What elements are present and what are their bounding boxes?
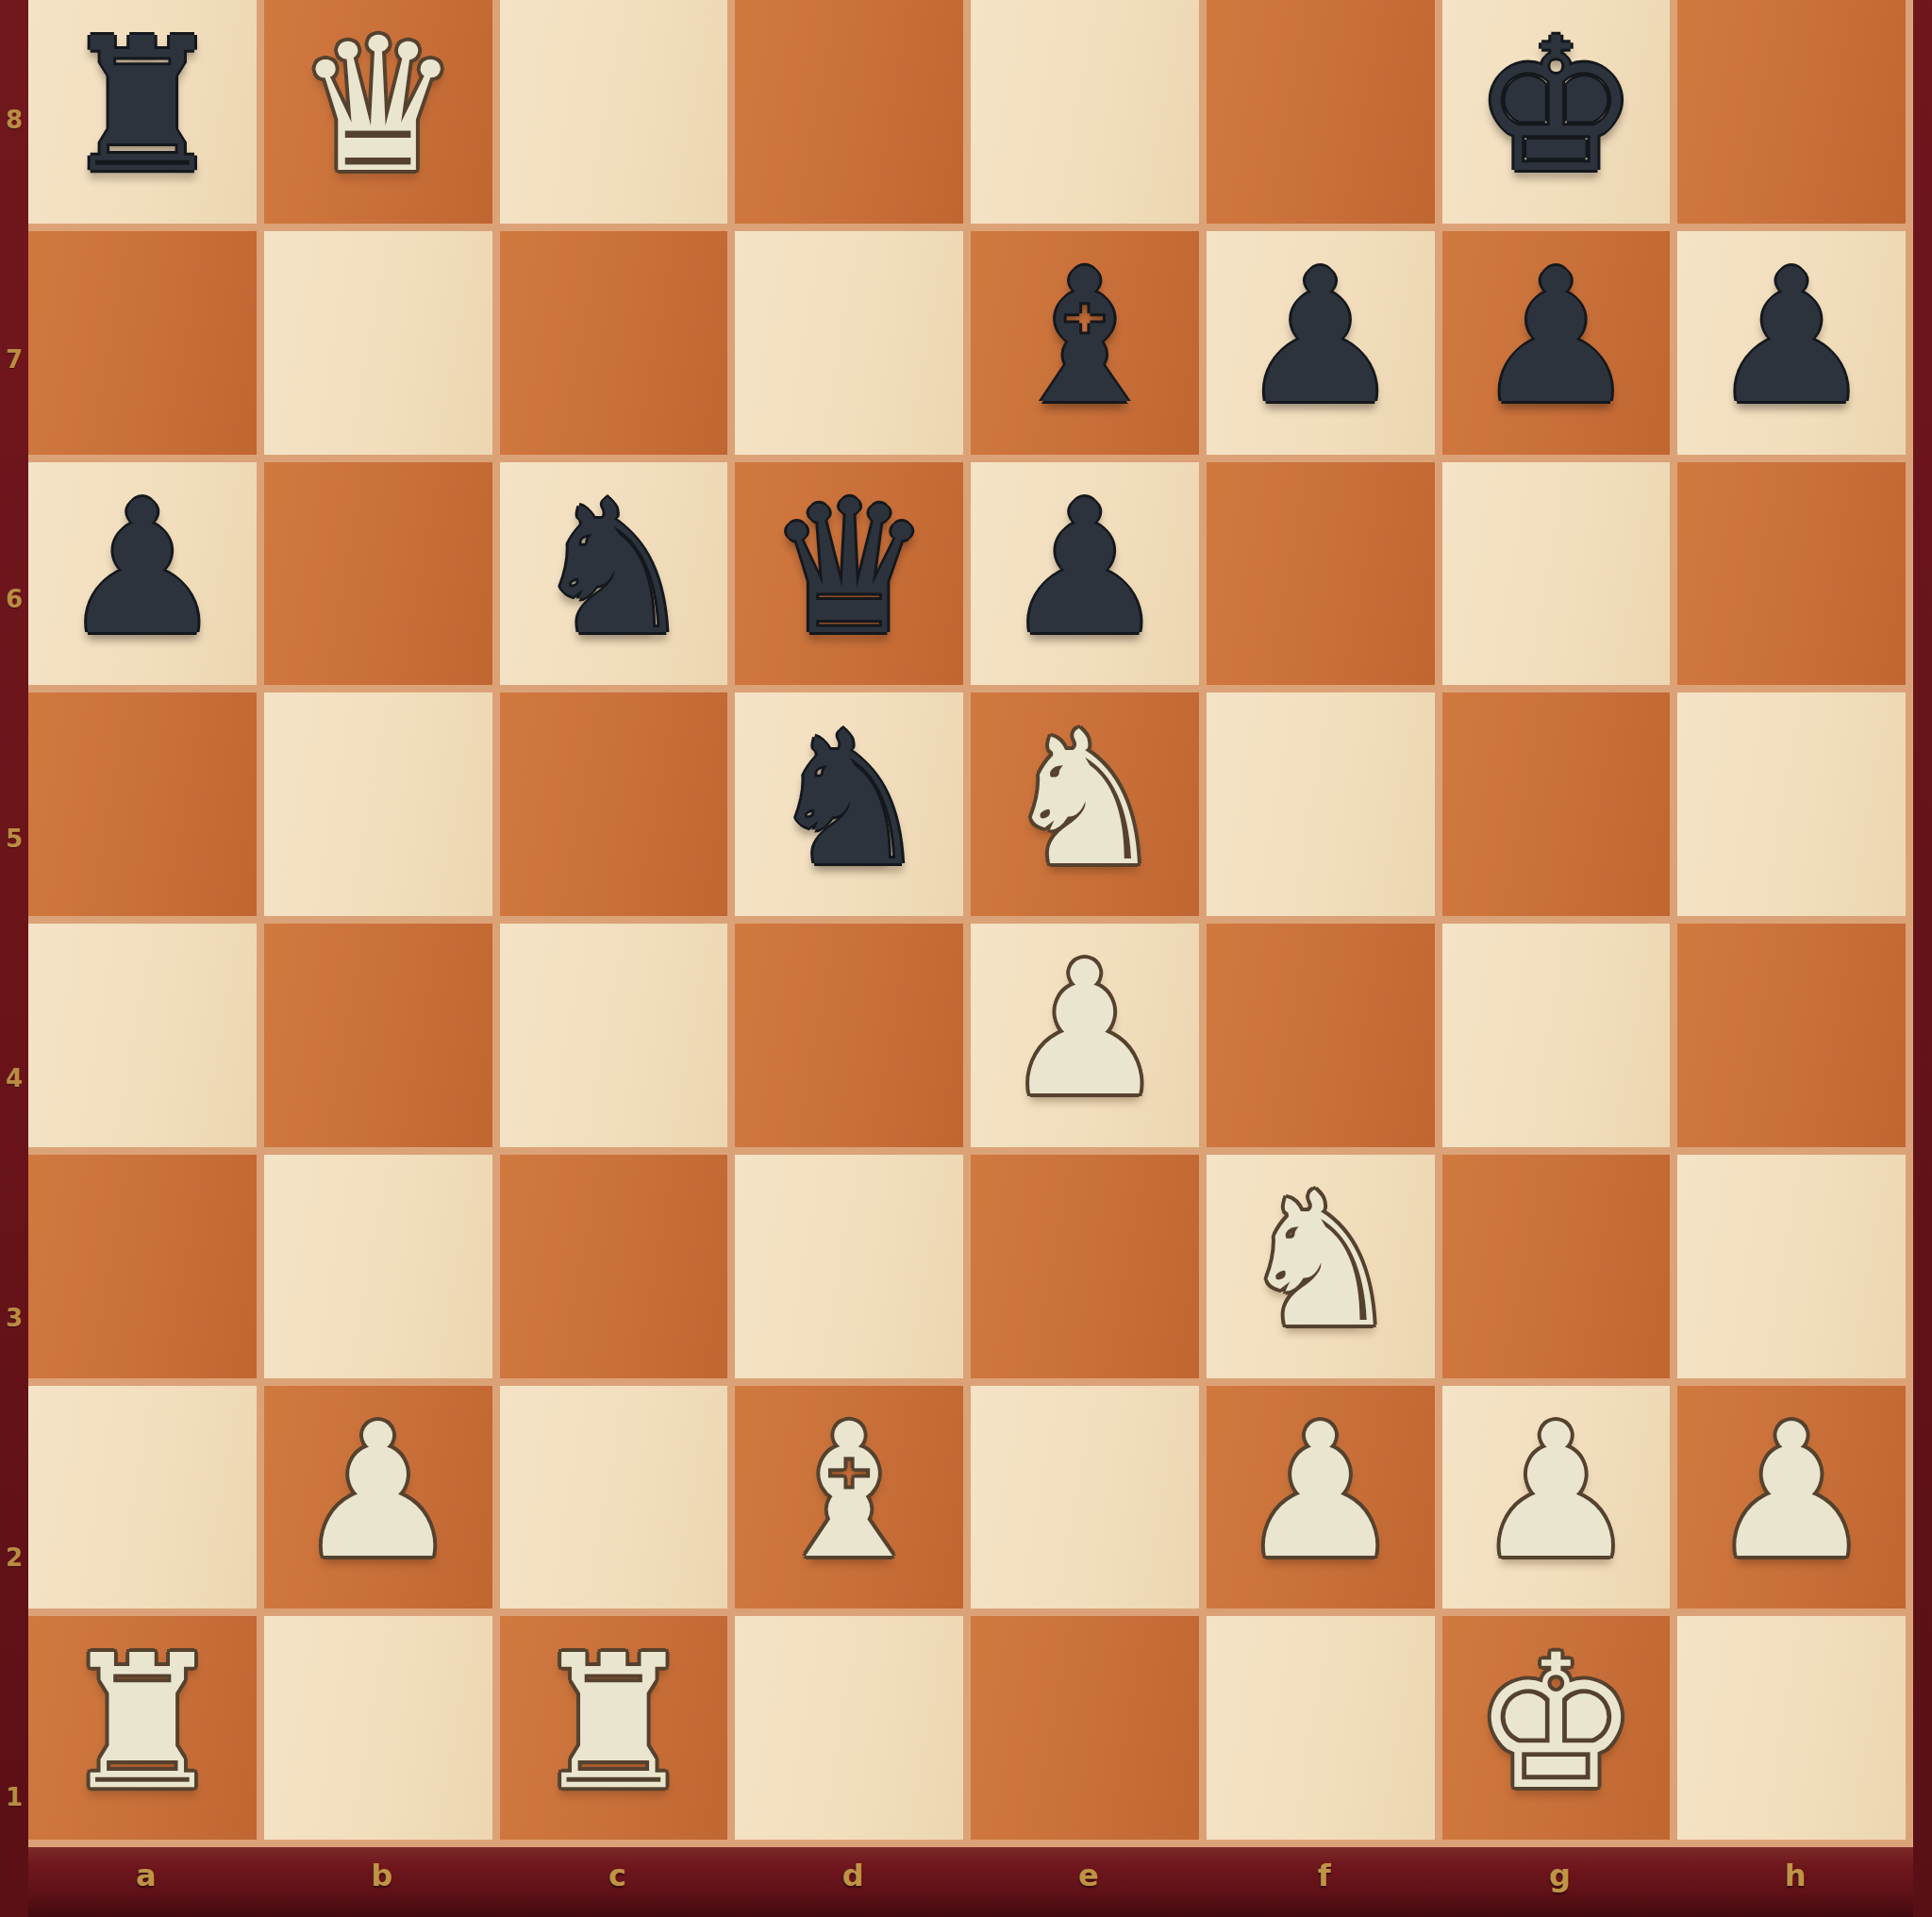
square-c6[interactable]: ♞ [500, 462, 728, 686]
square-a5[interactable] [28, 692, 257, 916]
square-b6[interactable] [264, 462, 492, 686]
square-a8[interactable]: ♜ [28, 0, 257, 224]
square-d5[interactable]: ♞ [735, 692, 963, 916]
black-pawn-g7[interactable]: ♟ [1474, 244, 1640, 429]
square-g1[interactable]: ♚ [1442, 1616, 1671, 1840]
white-rook-a1[interactable]: ♜ [59, 1630, 225, 1815]
square-b1[interactable] [264, 1616, 492, 1840]
black-bishop-e7[interactable]: ♝ [1002, 244, 1168, 429]
square-f8[interactable] [1207, 0, 1435, 224]
square-e6[interactable]: ♟ [971, 462, 1199, 686]
square-b3[interactable] [264, 1155, 492, 1378]
rank-label-7: 7 [6, 345, 23, 374]
white-knight-f3[interactable]: ♞ [1238, 1168, 1404, 1353]
square-b4[interactable] [264, 924, 492, 1147]
square-d1[interactable] [735, 1616, 963, 1840]
rank-label-2: 2 [6, 1543, 23, 1572]
file-label-cell-f: f [1207, 1851, 1442, 1900]
square-g5[interactable] [1442, 692, 1671, 916]
file-label-cell-e: e [971, 1851, 1207, 1900]
square-f7[interactable]: ♟ [1207, 231, 1435, 455]
square-h3[interactable] [1677, 1155, 1906, 1378]
square-g2[interactable]: ♟ [1442, 1386, 1671, 1609]
board-frame-right [1913, 0, 1932, 1917]
file-labels: abcdefgh [28, 1851, 1913, 1900]
square-e7[interactable]: ♝ [971, 231, 1199, 455]
rank-label-3: 3 [6, 1304, 23, 1332]
black-pawn-f7[interactable]: ♟ [1238, 244, 1404, 429]
white-queen-b8[interactable]: ♛ [295, 13, 461, 198]
square-a3[interactable] [28, 1155, 257, 1378]
square-b7[interactable] [264, 231, 492, 455]
square-b8[interactable]: ♛ [264, 0, 492, 224]
square-h4[interactable] [1677, 924, 1906, 1147]
square-g8[interactable]: ♚ [1442, 0, 1671, 224]
chess-board[interactable]: ♜♛♚♝♟♟♟♟♞♛♟♞♞♟♞♟♝♟♟♟♜♜♚ [28, 0, 1913, 1847]
rank-label-cell-7: 7 [0, 240, 28, 479]
square-h1[interactable] [1677, 1616, 1906, 1840]
square-b2[interactable]: ♟ [264, 1386, 492, 1609]
square-f4[interactable] [1207, 924, 1435, 1147]
white-rook-c1[interactable]: ♜ [531, 1630, 697, 1815]
square-d8[interactable] [735, 0, 963, 224]
file-label-cell-g: g [1442, 1851, 1678, 1900]
square-c5[interactable] [500, 692, 728, 916]
square-f3[interactable]: ♞ [1207, 1155, 1435, 1378]
square-f2[interactable]: ♟ [1207, 1386, 1435, 1609]
white-knight-e5[interactable]: ♞ [1002, 707, 1168, 892]
square-d3[interactable] [735, 1155, 963, 1378]
square-g4[interactable] [1442, 924, 1671, 1147]
file-label-a: a [136, 1858, 157, 1893]
rank-label-cell-5: 5 [0, 719, 28, 958]
file-label-f: f [1318, 1858, 1331, 1893]
file-label-g: g [1549, 1858, 1571, 1893]
rank-label-cell-4: 4 [0, 958, 28, 1198]
file-label-h: h [1785, 1858, 1807, 1893]
rank-label-6: 6 [6, 585, 23, 613]
black-pawn-e6[interactable]: ♟ [1002, 475, 1168, 660]
black-pawn-h7[interactable]: ♟ [1708, 244, 1874, 429]
file-label-cell-h: h [1677, 1851, 1913, 1900]
file-label-e: e [1078, 1858, 1099, 1893]
white-pawn-f2[interactable]: ♟ [1238, 1399, 1404, 1584]
black-king-g8[interactable]: ♚ [1474, 13, 1640, 198]
square-d6[interactable]: ♛ [735, 462, 963, 686]
square-f6[interactable] [1207, 462, 1435, 686]
rank-label-8: 8 [6, 106, 23, 134]
square-c4[interactable] [500, 924, 728, 1147]
square-a2[interactable] [28, 1386, 257, 1609]
rank-label-cell-8: 8 [0, 0, 28, 240]
square-h8[interactable] [1677, 0, 1906, 224]
square-e3[interactable] [971, 1155, 1199, 1378]
square-g7[interactable]: ♟ [1442, 231, 1671, 455]
square-c7[interactable] [500, 231, 728, 455]
white-king-g1[interactable]: ♚ [1474, 1630, 1640, 1815]
square-d4[interactable] [735, 924, 963, 1147]
rank-label-1: 1 [6, 1783, 23, 1811]
rank-label-4: 4 [6, 1064, 23, 1092]
file-label-cell-c: c [500, 1851, 736, 1900]
square-f1[interactable] [1207, 1616, 1435, 1840]
square-e1[interactable] [971, 1616, 1199, 1840]
square-e4[interactable]: ♟ [971, 924, 1199, 1147]
square-g6[interactable] [1442, 462, 1671, 686]
square-c3[interactable] [500, 1155, 728, 1378]
square-h7[interactable]: ♟ [1677, 231, 1906, 455]
square-f5[interactable] [1207, 692, 1435, 916]
square-g3[interactable] [1442, 1155, 1671, 1378]
square-c8[interactable] [500, 0, 728, 224]
white-bishop-d2[interactable]: ♝ [766, 1399, 932, 1584]
white-pawn-e4[interactable]: ♟ [1002, 937, 1168, 1122]
white-pawn-g2[interactable]: ♟ [1474, 1399, 1640, 1584]
rank-label-cell-6: 6 [0, 479, 28, 719]
rank-label-cell-2: 2 [0, 1438, 28, 1677]
square-d2[interactable]: ♝ [735, 1386, 963, 1609]
file-label-d: d [842, 1858, 864, 1893]
square-d7[interactable] [735, 231, 963, 455]
black-knight-c6[interactable]: ♞ [531, 475, 697, 660]
square-a4[interactable] [28, 924, 257, 1147]
black-queen-d6[interactable]: ♛ [766, 475, 932, 660]
square-a1[interactable]: ♜ [28, 1616, 257, 1840]
square-h2[interactable]: ♟ [1677, 1386, 1906, 1609]
board-frame-left: 87654321 [0, 0, 28, 1917]
square-e8[interactable] [971, 0, 1199, 224]
rank-label-cell-3: 3 [0, 1198, 28, 1438]
black-knight-d5[interactable]: ♞ [766, 707, 932, 892]
rank-label-cell-1: 1 [0, 1677, 28, 1917]
square-c2[interactable] [500, 1386, 728, 1609]
square-a7[interactable] [28, 231, 257, 455]
square-c1[interactable]: ♜ [500, 1616, 728, 1840]
square-e5[interactable]: ♞ [971, 692, 1199, 916]
file-label-b: b [371, 1858, 392, 1893]
white-pawn-h2[interactable]: ♟ [1708, 1399, 1874, 1584]
black-pawn-a6[interactable]: ♟ [59, 475, 225, 660]
file-label-cell-b: b [264, 1851, 500, 1900]
square-e2[interactable] [971, 1386, 1199, 1609]
file-label-cell-d: d [735, 1851, 971, 1900]
square-h5[interactable] [1677, 692, 1906, 916]
square-h6[interactable] [1677, 462, 1906, 686]
file-label-cell-a: a [28, 1851, 264, 1900]
file-label-c: c [608, 1858, 626, 1893]
white-pawn-b2[interactable]: ♟ [295, 1399, 461, 1584]
square-a6[interactable]: ♟ [28, 462, 257, 686]
rank-label-5: 5 [6, 825, 23, 853]
square-b5[interactable] [264, 692, 492, 916]
black-rook-a8[interactable]: ♜ [59, 13, 225, 198]
